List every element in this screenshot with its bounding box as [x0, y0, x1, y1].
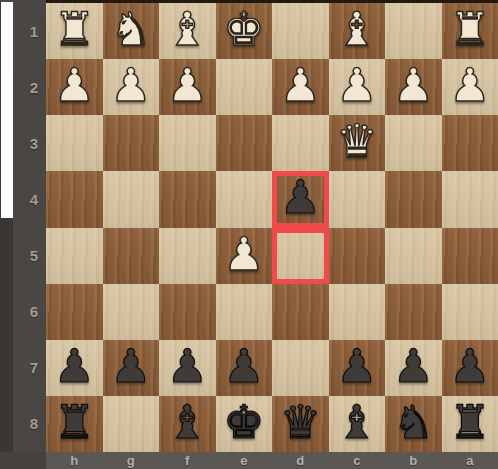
square-a3[interactable] [442, 115, 498, 171]
square-b5[interactable] [385, 228, 442, 284]
square-e1[interactable]: ♚ [216, 3, 273, 59]
file-labels-strip: hgfedcba [46, 452, 498, 469]
square-g1[interactable]: ♞ [103, 3, 160, 59]
rank-label-6: 6 [0, 284, 42, 340]
square-a2[interactable]: ♟ [442, 59, 498, 115]
square-g7[interactable]: ♟ [103, 340, 160, 396]
square-e3[interactable] [216, 115, 273, 171]
white-pawn[interactable]: ♟ [223, 231, 264, 277]
rank-label-8: 8 [0, 396, 42, 452]
file-label-f: f [159, 452, 216, 469]
file-label-b: b [385, 452, 442, 469]
square-h6[interactable] [46, 284, 103, 340]
square-h4[interactable] [46, 171, 103, 227]
square-a4[interactable] [442, 171, 498, 227]
rank-label-5: 5 [0, 228, 42, 284]
square-f5[interactable] [159, 228, 216, 284]
square-d6[interactable] [272, 284, 329, 340]
white-king[interactable]: ♚ [223, 6, 264, 52]
black-pawn[interactable]: ♟ [449, 343, 490, 389]
chess-board: ♜♞♝♚♝♜♟♟♟♟♟♟♟♛♟♟♟♟♟♟♟♟♟♜♝♚♛♝♞♜ [46, 3, 498, 452]
white-pawn[interactable]: ♟ [167, 62, 208, 108]
square-c8[interactable]: ♝ [329, 396, 386, 452]
square-e7[interactable]: ♟ [216, 340, 273, 396]
square-h3[interactable] [46, 115, 103, 171]
square-d1[interactable] [272, 3, 329, 59]
white-pawn[interactable]: ♟ [54, 62, 95, 108]
square-f7[interactable]: ♟ [159, 340, 216, 396]
square-a7[interactable]: ♟ [442, 340, 498, 396]
square-a5[interactable] [442, 228, 498, 284]
white-rook[interactable]: ♜ [54, 6, 95, 52]
square-b8[interactable]: ♞ [385, 396, 442, 452]
white-pawn[interactable]: ♟ [393, 62, 434, 108]
square-f6[interactable] [159, 284, 216, 340]
square-a6[interactable] [442, 284, 498, 340]
square-b7[interactable]: ♟ [385, 340, 442, 396]
white-rook[interactable]: ♜ [449, 6, 490, 52]
black-queen[interactable]: ♛ [280, 399, 321, 445]
square-c3[interactable]: ♛ [329, 115, 386, 171]
black-bishop[interactable]: ♝ [336, 399, 377, 445]
square-f8[interactable]: ♝ [159, 396, 216, 452]
square-h2[interactable]: ♟ [46, 59, 103, 115]
rank-label-2: 2 [0, 59, 42, 115]
square-e6[interactable] [216, 284, 273, 340]
square-f2[interactable]: ♟ [159, 59, 216, 115]
black-bishop[interactable]: ♝ [167, 399, 208, 445]
file-label-a: a [442, 452, 498, 469]
square-e4[interactable] [216, 171, 273, 227]
white-pawn[interactable]: ♟ [110, 62, 151, 108]
square-a8[interactable]: ♜ [442, 396, 498, 452]
file-label-g: g [103, 452, 160, 469]
square-d8[interactable]: ♛ [272, 396, 329, 452]
square-d7[interactable] [272, 340, 329, 396]
square-b6[interactable] [385, 284, 442, 340]
white-knight[interactable]: ♞ [110, 6, 151, 52]
black-rook[interactable]: ♜ [449, 399, 490, 445]
square-b4[interactable] [385, 171, 442, 227]
white-pawn[interactable]: ♟ [280, 62, 321, 108]
square-g5[interactable] [103, 228, 160, 284]
square-c2[interactable]: ♟ [329, 59, 386, 115]
square-g3[interactable] [103, 115, 160, 171]
file-label-e: e [216, 452, 273, 469]
sidebar-bottom-cap [0, 452, 46, 469]
black-pawn[interactable]: ♟ [280, 174, 321, 220]
square-c4[interactable] [329, 171, 386, 227]
black-knight[interactable]: ♞ [393, 399, 434, 445]
black-rook[interactable]: ♜ [54, 399, 95, 445]
file-label-d: d [272, 452, 329, 469]
white-bishop[interactable]: ♝ [336, 6, 377, 52]
chess-app-window: ♜♞♝♚♝♜♟♟♟♟♟♟♟♛♟♟♟♟♟♟♟♟♟♜♝♚♛♝♞♜ 12345678 … [0, 0, 498, 469]
square-b1[interactable] [385, 3, 442, 59]
file-label-c: c [329, 452, 386, 469]
square-b2[interactable]: ♟ [385, 59, 442, 115]
square-h8[interactable]: ♜ [46, 396, 103, 452]
square-g2[interactable]: ♟ [103, 59, 160, 115]
rank-labels: 12345678 [0, 3, 42, 452]
square-d4[interactable]: ♟ [272, 171, 329, 227]
white-pawn[interactable]: ♟ [449, 62, 490, 108]
square-h5[interactable] [46, 228, 103, 284]
rank-label-4: 4 [0, 171, 42, 227]
white-pawn[interactable]: ♟ [336, 62, 377, 108]
square-e2[interactable] [216, 59, 273, 115]
square-g6[interactable] [103, 284, 160, 340]
rank-label-7: 7 [0, 340, 42, 396]
rank-label-3: 3 [0, 115, 42, 171]
square-f1[interactable]: ♝ [159, 3, 216, 59]
square-f3[interactable] [159, 115, 216, 171]
square-h7[interactable]: ♟ [46, 340, 103, 396]
white-queen[interactable]: ♛ [336, 118, 377, 164]
square-d2[interactable]: ♟ [272, 59, 329, 115]
square-a1[interactable]: ♜ [442, 3, 498, 59]
rank-label-1: 1 [0, 3, 42, 59]
square-d3[interactable] [272, 115, 329, 171]
square-h1[interactable]: ♜ [46, 3, 103, 59]
square-g4[interactable] [103, 171, 160, 227]
black-pawn[interactable]: ♟ [110, 343, 151, 389]
square-d5[interactable] [272, 228, 329, 284]
square-c6[interactable] [329, 284, 386, 340]
square-e8[interactable]: ♚ [216, 396, 273, 452]
black-pawn[interactable]: ♟ [223, 343, 264, 389]
black-king[interactable]: ♚ [223, 399, 264, 445]
file-label-h: h [46, 452, 103, 469]
square-c7[interactable]: ♟ [329, 340, 386, 396]
rank-sidebar: 12345678 [0, 0, 46, 469]
square-g8[interactable] [103, 396, 160, 452]
square-e5[interactable]: ♟ [216, 228, 273, 284]
square-c1[interactable]: ♝ [329, 3, 386, 59]
square-f4[interactable] [159, 171, 216, 227]
black-pawn[interactable]: ♟ [167, 343, 208, 389]
square-b3[interactable] [385, 115, 442, 171]
square-c5[interactable] [329, 228, 386, 284]
black-pawn[interactable]: ♟ [54, 343, 95, 389]
white-bishop[interactable]: ♝ [167, 6, 208, 52]
black-pawn[interactable]: ♟ [336, 343, 377, 389]
black-pawn[interactable]: ♟ [393, 343, 434, 389]
